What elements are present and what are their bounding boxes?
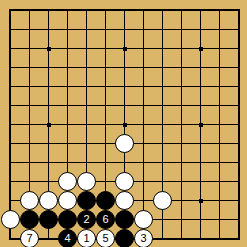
stone-white[interactable]: 5	[96, 229, 115, 247]
stone-black[interactable]	[77, 191, 96, 210]
stone-black[interactable]	[39, 210, 58, 229]
move-number-label: 5	[102, 233, 108, 244]
stone-black[interactable]: 2	[77, 210, 96, 229]
stone-white[interactable]	[77, 172, 96, 191]
stone-white[interactable]: 3	[134, 229, 153, 247]
stone-white[interactable]	[20, 191, 39, 210]
stone-white[interactable]	[153, 191, 172, 210]
move-number-label: 6	[102, 214, 108, 225]
stone-white[interactable]	[115, 172, 134, 191]
stone-white[interactable]	[115, 191, 134, 210]
move-number-label: 7	[26, 233, 32, 244]
stone-black[interactable]	[20, 210, 39, 229]
star-point	[123, 123, 127, 127]
stones-layer: 2674153	[0, 0, 247, 247]
stone-black[interactable]	[96, 191, 115, 210]
stone-black[interactable]	[58, 210, 77, 229]
stone-black[interactable]	[115, 229, 134, 247]
star-point	[199, 47, 203, 51]
stone-black[interactable]: 6	[96, 210, 115, 229]
stone-white[interactable]: 7	[20, 229, 39, 247]
stone-white[interactable]	[58, 191, 77, 210]
star-point	[123, 47, 127, 51]
stone-white[interactable]: 1	[77, 229, 96, 247]
stone-white[interactable]	[1, 210, 20, 229]
stone-black[interactable]: 4	[58, 229, 77, 247]
star-point	[199, 123, 203, 127]
move-number-label: 1	[83, 233, 89, 244]
stone-white[interactable]	[39, 191, 58, 210]
stone-black[interactable]	[115, 210, 134, 229]
go-board-diagram: 2674153	[0, 0, 247, 247]
star-point	[47, 123, 51, 127]
stone-white[interactable]	[134, 210, 153, 229]
move-number-label: 2	[83, 214, 89, 225]
star-point	[199, 199, 203, 203]
move-number-label: 4	[64, 233, 70, 244]
stone-white[interactable]	[115, 134, 134, 153]
star-point	[47, 47, 51, 51]
move-number-label: 3	[140, 233, 146, 244]
stone-white[interactable]	[58, 172, 77, 191]
